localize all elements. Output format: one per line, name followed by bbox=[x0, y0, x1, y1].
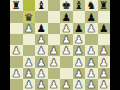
white-pawn[interactable]: ♟ bbox=[37, 34, 46, 44]
square-h7[interactable] bbox=[98, 11, 111, 22]
white-pawn[interactable]: ♟ bbox=[24, 79, 33, 89]
chess-board: ♜♝♚♝♞♜♛♟♟♟♟♟♟♟♟♟♟♟♟♟♟♟♟♟♟♟♟♟♟♟♟♟♟♟♟♟♟♟♟♟… bbox=[10, 0, 110, 90]
black-pawn[interactable]: ♟ bbox=[62, 11, 71, 21]
square-g3[interactable]: ♟ bbox=[85, 56, 98, 67]
square-e7[interactable]: ♟ bbox=[60, 11, 73, 22]
white-pawn[interactable]: ♟ bbox=[62, 23, 71, 33]
square-b1[interactable]: ♟ bbox=[23, 79, 36, 90]
white-pawn[interactable]: ♟ bbox=[37, 56, 46, 66]
square-c2[interactable]: ♟ bbox=[35, 68, 48, 79]
square-c8[interactable]: ♝ bbox=[35, 0, 48, 11]
black-rook[interactable]: ♜ bbox=[99, 0, 108, 10]
white-pawn[interactable]: ♟ bbox=[37, 45, 46, 55]
square-b8[interactable] bbox=[23, 0, 36, 11]
white-pawn[interactable]: ♟ bbox=[74, 68, 83, 78]
white-pawn[interactable]: ♟ bbox=[87, 56, 96, 66]
square-c4[interactable]: ♟ bbox=[35, 45, 48, 56]
square-h5[interactable] bbox=[98, 34, 111, 45]
white-pawn[interactable]: ♟ bbox=[49, 79, 58, 89]
square-e4[interactable]: ♟ bbox=[60, 45, 73, 56]
white-pawn[interactable]: ♟ bbox=[12, 45, 21, 55]
square-h1[interactable]: ♟ bbox=[98, 79, 111, 90]
square-f4[interactable]: ♟ bbox=[73, 45, 86, 56]
square-f2[interactable]: ♟ bbox=[73, 68, 86, 79]
square-g5[interactable] bbox=[85, 34, 98, 45]
white-pawn[interactable]: ♟ bbox=[37, 79, 46, 89]
white-pawn[interactable]: ♟ bbox=[99, 79, 108, 89]
square-d4[interactable]: ♟ bbox=[48, 45, 61, 56]
square-b2[interactable]: ♟ bbox=[23, 68, 36, 79]
letterbox-stage: ♜♝♚♝♞♜♛♟♟♟♟♟♟♟♟♟♟♟♟♟♟♟♟♟♟♟♟♟♟♟♟♟♟♟♟♟♟♟♟♟… bbox=[0, 0, 120, 90]
white-pawn[interactable]: ♟ bbox=[62, 34, 71, 44]
black-bishop[interactable]: ♝ bbox=[37, 0, 46, 10]
white-pawn[interactable]: ♟ bbox=[24, 68, 33, 78]
letterbox-bar-right bbox=[110, 0, 120, 90]
square-d8[interactable] bbox=[48, 0, 61, 11]
black-rook[interactable]: ♜ bbox=[12, 0, 21, 10]
white-pawn[interactable]: ♟ bbox=[24, 56, 33, 66]
square-b6[interactable]: ♟ bbox=[23, 23, 36, 34]
square-h2[interactable]: ♟ bbox=[98, 68, 111, 79]
square-g1[interactable]: ♟ bbox=[85, 79, 98, 90]
square-f3[interactable]: ♟ bbox=[73, 56, 86, 67]
letterbox-bar-left bbox=[0, 0, 10, 90]
square-f8[interactable]: ♝ bbox=[73, 0, 86, 11]
white-pawn[interactable]: ♟ bbox=[49, 56, 58, 66]
square-a7[interactable] bbox=[10, 11, 23, 22]
black-pawn[interactable]: ♟ bbox=[74, 23, 83, 33]
white-pawn[interactable]: ♟ bbox=[74, 45, 83, 55]
square-d1[interactable]: ♟ bbox=[48, 79, 61, 90]
square-e6[interactable]: ♟ bbox=[60, 23, 73, 34]
white-pawn[interactable]: ♟ bbox=[49, 45, 58, 55]
white-pawn[interactable]: ♟ bbox=[87, 45, 96, 55]
white-pawn[interactable]: ♟ bbox=[12, 68, 21, 78]
square-a4[interactable]: ♟ bbox=[10, 45, 23, 56]
black-knight[interactable]: ♞ bbox=[87, 0, 96, 10]
square-f5[interactable]: ♟ bbox=[73, 34, 86, 45]
black-bishop[interactable]: ♝ bbox=[74, 0, 83, 10]
square-e5[interactable]: ♟ bbox=[60, 34, 73, 45]
white-pawn[interactable]: ♟ bbox=[99, 68, 108, 78]
white-pawn[interactable]: ♟ bbox=[99, 56, 108, 66]
black-pawn[interactable]: ♟ bbox=[37, 23, 46, 33]
white-pawn[interactable]: ♟ bbox=[74, 56, 83, 66]
white-pawn[interactable]: ♟ bbox=[74, 79, 83, 89]
square-d5[interactable] bbox=[48, 34, 61, 45]
square-g2[interactable]: ♟ bbox=[85, 68, 98, 79]
square-f6[interactable]: ♟ bbox=[73, 23, 86, 34]
black-pawn[interactable]: ♟ bbox=[99, 23, 108, 33]
square-a3[interactable] bbox=[10, 56, 23, 67]
square-h4[interactable]: ♟ bbox=[98, 45, 111, 56]
square-a1[interactable] bbox=[10, 79, 23, 90]
square-a6[interactable] bbox=[10, 23, 23, 34]
square-c7[interactable] bbox=[35, 11, 48, 22]
square-a5[interactable] bbox=[10, 34, 23, 45]
white-pawn[interactable]: ♟ bbox=[87, 68, 96, 78]
square-b5[interactable] bbox=[23, 34, 36, 45]
white-pawn[interactable]: ♟ bbox=[24, 23, 33, 33]
square-c6[interactable]: ♟ bbox=[35, 23, 48, 34]
square-b3[interactable]: ♟ bbox=[23, 56, 36, 67]
black-pawn[interactable]: ♟ bbox=[87, 11, 96, 21]
square-d3[interactable]: ♟ bbox=[48, 56, 61, 67]
square-c3[interactable]: ♟ bbox=[35, 56, 48, 67]
square-e2[interactable] bbox=[60, 68, 73, 79]
white-pawn[interactable]: ♟ bbox=[87, 23, 96, 33]
square-f1[interactable]: ♟ bbox=[73, 79, 86, 90]
square-e8[interactable]: ♚ bbox=[60, 0, 73, 11]
square-g7[interactable]: ♟ bbox=[85, 11, 98, 22]
white-pawn[interactable]: ♟ bbox=[99, 45, 108, 55]
square-d2[interactable] bbox=[48, 68, 61, 79]
white-pawn[interactable]: ♟ bbox=[37, 68, 46, 78]
square-h6[interactable]: ♟ bbox=[98, 23, 111, 34]
square-c5[interactable]: ♟ bbox=[35, 34, 48, 45]
white-pawn[interactable]: ♟ bbox=[87, 79, 96, 89]
white-pawn[interactable]: ♟ bbox=[62, 45, 71, 55]
square-g6[interactable]: ♟ bbox=[85, 23, 98, 34]
square-g4[interactable]: ♟ bbox=[85, 45, 98, 56]
square-b4[interactable] bbox=[23, 45, 36, 56]
square-h8[interactable]: ♜ bbox=[98, 0, 111, 11]
square-e3[interactable] bbox=[60, 56, 73, 67]
black-king[interactable]: ♚ bbox=[62, 0, 71, 10]
white-pawn[interactable]: ♟ bbox=[74, 34, 83, 44]
square-g8[interactable]: ♞ bbox=[85, 0, 98, 11]
square-h3[interactable]: ♟ bbox=[98, 56, 111, 67]
square-a8[interactable]: ♜ bbox=[10, 0, 23, 11]
square-f7[interactable] bbox=[73, 11, 86, 22]
square-d6[interactable] bbox=[48, 23, 61, 34]
square-d7[interactable] bbox=[48, 11, 61, 22]
white-pawn[interactable]: ♟ bbox=[62, 79, 71, 89]
square-c1[interactable]: ♟ bbox=[35, 79, 48, 90]
square-e1[interactable]: ♟ bbox=[60, 79, 73, 90]
square-b7[interactable]: ♛ bbox=[23, 11, 36, 22]
square-a2[interactable]: ♟ bbox=[10, 68, 23, 79]
black-queen[interactable]: ♛ bbox=[24, 11, 33, 21]
